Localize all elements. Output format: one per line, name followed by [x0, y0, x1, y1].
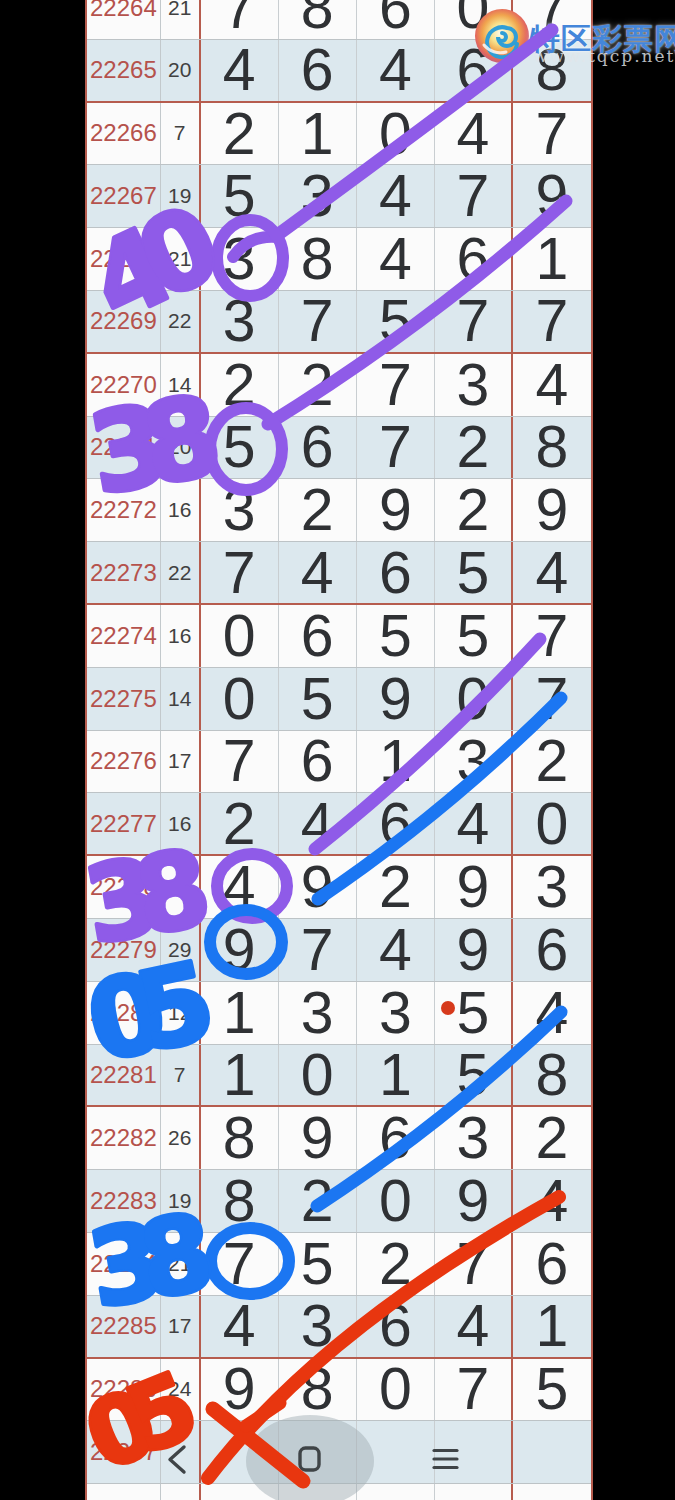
- digit-cell: 9: [279, 1107, 357, 1169]
- digit-cell: 2: [279, 354, 357, 416]
- digit-cell: 3: [201, 228, 279, 290]
- digit-cell: 1: [513, 1296, 591, 1357]
- digit-cell: 7: [513, 605, 591, 667]
- digit-cell: 7: [201, 1233, 279, 1295]
- digit-cell: 5: [201, 165, 279, 227]
- digit-cell: 2: [279, 1170, 357, 1232]
- digit-cell: 4: [279, 793, 357, 854]
- digit-cell: 5: [435, 605, 513, 667]
- period-cell: 22277: [87, 793, 161, 854]
- digit-cell: 6: [279, 605, 357, 667]
- digit-cell: 5: [435, 542, 513, 603]
- digit-cell: 0: [357, 103, 435, 165]
- table-row: 222801213354: [87, 982, 591, 1045]
- table-row: 222771624640: [87, 793, 591, 856]
- digit-cell: 5: [435, 982, 513, 1044]
- digit-cell: 2: [435, 417, 513, 479]
- sum-cell: 19: [161, 165, 201, 227]
- period-cell: 22266: [87, 103, 161, 165]
- digit-cell: 9: [513, 479, 591, 541]
- back-button[interactable]: [170, 1447, 184, 1472]
- digit-cell: 6: [279, 40, 357, 101]
- period-cell: 22279: [87, 919, 161, 981]
- sum-cell: 24: [161, 856, 201, 918]
- digit-cell: 7: [357, 354, 435, 416]
- digit-cell: 7: [435, 1233, 513, 1295]
- period-cell: 22278: [87, 856, 161, 918]
- digit-cell: 2: [201, 103, 279, 165]
- table-row: 222761776132: [87, 731, 591, 794]
- digit-cell: 7: [279, 919, 357, 981]
- digit-cell: 1: [279, 103, 357, 165]
- digit-cell: 7: [513, 668, 591, 730]
- digit-cell: 4: [513, 542, 591, 603]
- table-row: 222782449293: [87, 856, 591, 919]
- sum-cell: 16: [161, 793, 201, 854]
- table-row: 222822689632: [87, 1107, 591, 1170]
- digit-cell: 4: [513, 982, 591, 1044]
- digit-cell: 7: [201, 542, 279, 603]
- digit-cell: 3: [435, 1107, 513, 1169]
- digit-cell: 1: [201, 982, 279, 1044]
- digit-cell: 9: [201, 919, 279, 981]
- digit-cell: 6: [357, 1296, 435, 1357]
- sum-cell: 29: [161, 919, 201, 981]
- sum-cell: 7: [161, 1045, 201, 1106]
- digit-cell: 8: [513, 1045, 591, 1106]
- digit-cell: 9: [435, 856, 513, 918]
- digit-cell: 3: [279, 165, 357, 227]
- digit-cell: 2: [201, 793, 279, 854]
- digit-cell: 4: [357, 919, 435, 981]
- digit-cell: 3: [201, 479, 279, 541]
- digit-cell: 4: [357, 165, 435, 227]
- period-cell: 22280: [87, 982, 161, 1044]
- sum-cell: 12: [161, 982, 201, 1044]
- digit-cell: 1: [201, 1045, 279, 1106]
- digit-cell: 6: [279, 417, 357, 479]
- digit-cell: 5: [279, 668, 357, 730]
- digit-cell: 0: [201, 605, 279, 667]
- period-cell: 22268: [87, 228, 161, 290]
- digit-cell: 7: [201, 731, 279, 793]
- digit-cell: 3: [435, 731, 513, 793]
- digit-cell: 3: [279, 982, 357, 1044]
- digit-cell: 5: [201, 417, 279, 479]
- digit-cell: 7: [513, 103, 591, 165]
- digit-cell: 2: [279, 479, 357, 541]
- table-row: 22266721047: [87, 103, 591, 166]
- sum-cell: 21: [161, 0, 201, 39]
- lottery-trend-table: 2226421786072226520464682226672104722267…: [85, 0, 593, 1500]
- table-row: 222842175276: [87, 1233, 591, 1296]
- period-cell: 22275: [87, 668, 161, 730]
- table-row: 222732274654: [87, 542, 591, 605]
- digit-cell: 3: [201, 291, 279, 352]
- digit-cell: 2: [435, 479, 513, 541]
- table-row: 222721632929: [87, 479, 591, 542]
- sum-cell: 14: [161, 354, 201, 416]
- period-cell: 22282: [87, 1107, 161, 1169]
- period-cell: 22272: [87, 479, 161, 541]
- digit-cell: 4: [201, 1296, 279, 1357]
- sum-cell: 14: [161, 668, 201, 730]
- digit-cell: 7: [435, 165, 513, 227]
- table-row: 22281710158: [87, 1045, 591, 1108]
- digit-cell: 0: [435, 668, 513, 730]
- digit-cell: 0: [279, 1045, 357, 1106]
- digit-cell: 4: [513, 1170, 591, 1232]
- digit-cell: 6: [513, 919, 591, 981]
- table-row: 222792997496: [87, 919, 591, 982]
- digit-cell: 0: [357, 1170, 435, 1232]
- sum-cell: 21: [161, 1233, 201, 1295]
- digit-cell: 9: [435, 919, 513, 981]
- digit-cell: 4: [435, 103, 513, 165]
- digit-cell: 1: [513, 228, 591, 290]
- table-row: 222671953479: [87, 165, 591, 228]
- sum-cell: 16: [161, 605, 201, 667]
- digit-cell: 8: [279, 228, 357, 290]
- digit-cell: 4: [357, 228, 435, 290]
- digit-cell: 3: [435, 354, 513, 416]
- digit-cell: 9: [357, 668, 435, 730]
- period-cell: 22267: [87, 165, 161, 227]
- digit-cell: 2: [201, 354, 279, 416]
- sum-cell: 20: [161, 40, 201, 101]
- digit-cell: 9: [279, 856, 357, 918]
- period-cell: 22273: [87, 542, 161, 603]
- sum-cell: 22: [161, 542, 201, 603]
- digit-cell: 4: [435, 1296, 513, 1357]
- digit-cell: 1: [357, 731, 435, 793]
- sum-cell: 16: [161, 479, 201, 541]
- sum-cell: 20: [161, 417, 201, 479]
- digit-cell: 3: [513, 856, 591, 918]
- screen: 2226421786072226520464682226672104722267…: [0, 0, 675, 1500]
- digit-cell: 4: [279, 542, 357, 603]
- digit-cell: 6: [435, 228, 513, 290]
- digit-cell: 5: [357, 291, 435, 352]
- table-row: 222692237577: [87, 291, 591, 354]
- digit-cell: 8: [201, 1170, 279, 1232]
- digit-cell: 6: [357, 1107, 435, 1169]
- digit-cell: 5: [357, 605, 435, 667]
- sum-cell: 22: [161, 291, 201, 352]
- digit-cell: 2: [357, 856, 435, 918]
- period-cell: 22283: [87, 1170, 161, 1232]
- digit-cell: 9: [357, 479, 435, 541]
- digit-cell: 0: [513, 793, 591, 854]
- period-cell: 22270: [87, 354, 161, 416]
- table-row: 222831982094: [87, 1170, 591, 1233]
- digit-cell: 7: [513, 291, 591, 352]
- digit-cell: 0: [201, 668, 279, 730]
- site-url: www.tqcp.net: [533, 46, 675, 66]
- digit-cell: 4: [357, 40, 435, 101]
- period-cell: 22284: [87, 1233, 161, 1295]
- table-row: 222701422734: [87, 354, 591, 417]
- digit-cell: 9: [513, 165, 591, 227]
- period-cell: 22274: [87, 605, 161, 667]
- digit-cell: 2: [513, 1107, 591, 1169]
- digit-cell: 9: [435, 1170, 513, 1232]
- digit-cell: 4: [513, 354, 591, 416]
- digit-cell: 2: [513, 731, 591, 793]
- touch-highlight: [246, 1415, 374, 1500]
- recents-button[interactable]: [434, 1451, 457, 1468]
- digit-cell: 7: [279, 291, 357, 352]
- digit-cell: 6: [357, 542, 435, 603]
- digit-cell: 3: [357, 982, 435, 1044]
- digit-cell: 4: [435, 793, 513, 854]
- sum-cell: 26: [161, 1107, 201, 1169]
- sum-cell: 17: [161, 731, 201, 793]
- sum-cell: 7: [161, 103, 201, 165]
- digit-cell: 5: [435, 1045, 513, 1106]
- digit-cell: 7: [435, 291, 513, 352]
- table-row: 222851743641: [87, 1296, 591, 1359]
- back-chevron-icon: [170, 1447, 184, 1472]
- digit-cell: 4: [201, 856, 279, 918]
- period-cell: 22276: [87, 731, 161, 793]
- digit-cell: 8: [279, 0, 357, 39]
- table-row: 222682138461: [87, 228, 591, 291]
- digit-cell: 1: [357, 1045, 435, 1106]
- table-row: 222751405907: [87, 668, 591, 731]
- digit-cell: 8: [513, 417, 591, 479]
- table-row: 222741606557: [87, 605, 591, 668]
- period-cell: 22281: [87, 1045, 161, 1106]
- sum-cell: 19: [161, 1170, 201, 1232]
- site-logo-icon: [473, 7, 531, 65]
- digit-cell: 8: [201, 1107, 279, 1169]
- digit-cell: 6: [357, 793, 435, 854]
- digit-cell: 7: [357, 417, 435, 479]
- period-cell: 22265: [87, 40, 161, 101]
- sum-cell: 17: [161, 1296, 201, 1357]
- digit-cell: 2: [357, 1233, 435, 1295]
- digit-cell: 6: [279, 731, 357, 793]
- period-cell: 22269: [87, 291, 161, 352]
- period-cell: 22271: [87, 417, 161, 479]
- digit-cell: 6: [513, 1233, 591, 1295]
- digit-cell: 3: [279, 1296, 357, 1357]
- table-row: 222712056728: [87, 417, 591, 480]
- digit-cell: 4: [201, 40, 279, 101]
- digit-cell: 6: [357, 0, 435, 39]
- digit-cell: 7: [201, 0, 279, 39]
- sum-cell: 21: [161, 228, 201, 290]
- digit-cell: 5: [279, 1233, 357, 1295]
- period-cell: 22285: [87, 1296, 161, 1357]
- period-cell: 22264: [87, 0, 161, 39]
